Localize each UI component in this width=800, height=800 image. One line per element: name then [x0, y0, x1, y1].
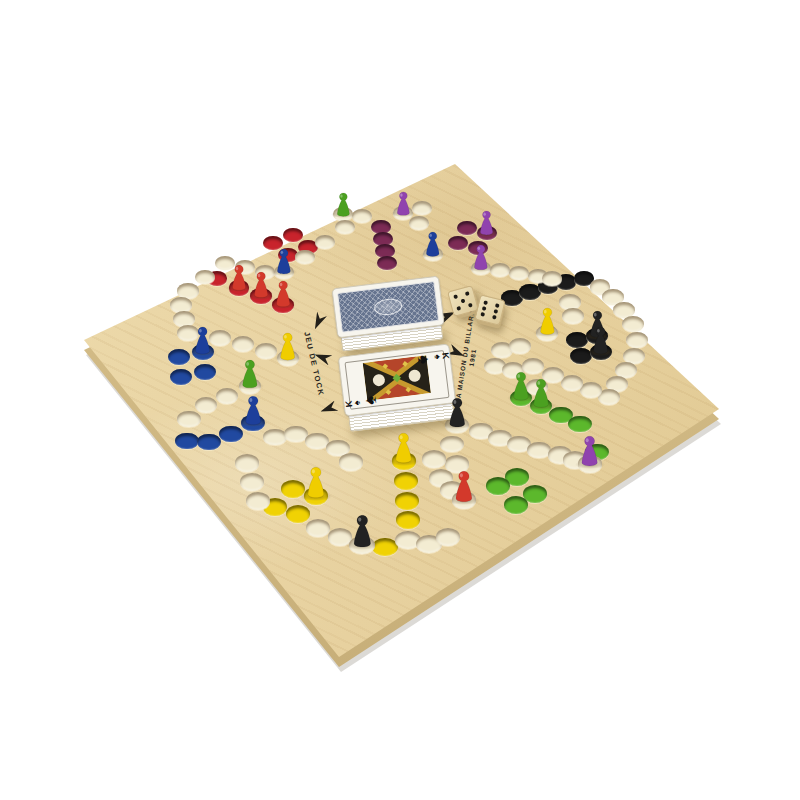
card-index-bottom: K ♠: [344, 399, 361, 407]
purple-pawn-4[interactable]: [472, 244, 490, 271]
red-pawn-2[interactable]: [252, 271, 270, 299]
cream-hole[interactable]: [422, 450, 446, 467]
spade-pip-icon: ♠: [415, 354, 432, 365]
blue-pawn-3[interactable]: [424, 231, 441, 257]
purple-pawn-2[interactable]: [395, 191, 412, 216]
cream-hole[interactable]: [626, 332, 648, 348]
cream-hole[interactable]: [235, 454, 259, 471]
die-pip: [468, 303, 473, 308]
black-pawn-4[interactable]: [447, 397, 467, 428]
green-hole[interactable]: [568, 416, 591, 433]
card-back-emblem: [373, 297, 403, 316]
card-back-pattern: [337, 281, 439, 333]
red-pawn-1[interactable]: [230, 264, 248, 291]
die-pip: [453, 294, 458, 299]
die-pip: [456, 306, 461, 311]
tock-board-photo: JEU DE TOCK LA MAISON DU BILLARD 1981: [0, 0, 800, 800]
die-pip: [495, 303, 500, 308]
blue-pawn-2[interactable]: [243, 395, 263, 426]
cream-hole[interactable]: [440, 436, 463, 453]
cream-hole[interactable]: [240, 473, 264, 490]
die-pip: [480, 312, 485, 317]
cream-hole[interactable]: [232, 336, 254, 352]
green-pawn-3[interactable]: [335, 192, 352, 217]
blue-hole[interactable]: [168, 349, 190, 365]
black-pawn-3[interactable]: [351, 514, 374, 548]
yellow-hole[interactable]: [395, 492, 419, 510]
cream-hole[interactable]: [509, 338, 531, 354]
cream-hole[interactable]: [622, 316, 644, 332]
card-suit: ♠: [433, 354, 442, 360]
card-index-top: K ♠: [433, 352, 450, 360]
cream-hole[interactable]: [246, 492, 270, 510]
die-pip: [493, 309, 498, 314]
blue-hole[interactable]: [175, 433, 198, 450]
die-pip: [461, 299, 466, 304]
purple-pawn-3[interactable]: [579, 435, 600, 467]
cream-hole[interactable]: [263, 429, 286, 446]
purple-hole[interactable]: [457, 221, 477, 235]
green-pawn-1[interactable]: [511, 371, 531, 401]
cream-hole[interactable]: [177, 283, 198, 298]
yellow-hole[interactable]: [394, 472, 418, 489]
blue-pawn-1[interactable]: [193, 326, 212, 355]
cream-hole[interactable]: [177, 411, 200, 428]
green-hole[interactable]: [486, 477, 510, 494]
die-pip: [492, 315, 497, 320]
die-pip: [465, 291, 470, 296]
card-deck-face-down[interactable]: [331, 275, 444, 351]
card-suit: ♠: [353, 400, 362, 406]
die-pip: [483, 300, 488, 305]
yellow-hole[interactable]: [286, 505, 311, 523]
die-pip: [482, 306, 487, 311]
red-pawn-4[interactable]: [453, 470, 475, 503]
green-hole[interactable]: [504, 496, 528, 514]
red-pawn-3[interactable]: [274, 280, 292, 308]
cream-hole[interactable]: [335, 220, 355, 234]
card-pile-king-of-spades[interactable]: ♠ ♠ K ♠ K ♠: [338, 343, 456, 432]
cream-hole[interactable]: [306, 519, 331, 537]
cream-hole[interactable]: [562, 308, 583, 323]
king-of-spades-card: ♠ ♠ K ♠ K ♠: [338, 343, 456, 416]
cream-hole[interactable]: [339, 453, 363, 470]
cream-hole[interactable]: [305, 433, 328, 450]
spade-pip-icon: ♠: [362, 394, 379, 405]
green-pawn-4[interactable]: [240, 359, 260, 389]
cream-hole[interactable]: [412, 201, 432, 215]
black-pawn-2[interactable]: [591, 326, 610, 355]
blue-hole[interactable]: [170, 369, 192, 385]
cream-hole[interactable]: [352, 209, 372, 223]
blue-hole[interactable]: [219, 426, 242, 443]
cream-hole[interactable]: [409, 216, 429, 230]
yellow-pawn-1[interactable]: [305, 466, 327, 499]
yellow-pawn-4[interactable]: [538, 307, 557, 336]
blue-hole[interactable]: [197, 434, 220, 451]
purple-pawn-1[interactable]: [478, 210, 495, 236]
cream-hole[interactable]: [284, 426, 307, 443]
blue-pawn-4[interactable]: [275, 248, 293, 275]
blue-hole[interactable]: [194, 364, 216, 380]
cream-hole[interactable]: [436, 528, 461, 546]
yellow-pawn-3[interactable]: [278, 332, 297, 361]
green-pawn-2[interactable]: [531, 378, 551, 409]
yellow-pawn-2[interactable]: [393, 432, 414, 464]
yellow-hole[interactable]: [396, 511, 421, 529]
